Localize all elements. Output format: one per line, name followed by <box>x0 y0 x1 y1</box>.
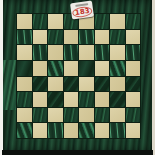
square-b7 <box>33 30 48 45</box>
square-a4 <box>17 77 32 92</box>
square-g5 <box>110 61 125 76</box>
square-d4 <box>64 77 79 92</box>
square-h5 <box>126 61 141 76</box>
square-a6 <box>17 45 32 60</box>
square-h3 <box>126 92 141 107</box>
square-c8 <box>48 14 63 29</box>
square-f6 <box>95 45 110 60</box>
square-g1 <box>110 123 125 138</box>
square-f3 <box>95 92 110 107</box>
square-d6 <box>64 45 79 60</box>
square-e7 <box>79 30 94 45</box>
square-c2 <box>48 108 63 123</box>
square-e2 <box>79 108 94 123</box>
square-c7 <box>48 30 63 45</box>
malachite-banding <box>3 60 17 110</box>
square-b4 <box>33 77 48 92</box>
square-d5 <box>64 61 79 76</box>
square-e5 <box>79 61 94 76</box>
chess-board <box>3 0 152 151</box>
square-a5 <box>17 61 32 76</box>
square-a3 <box>17 92 32 107</box>
square-h1 <box>126 123 141 138</box>
square-f2 <box>95 108 110 123</box>
square-b2 <box>33 108 48 123</box>
square-c6 <box>48 45 63 60</box>
square-c5 <box>48 61 63 76</box>
square-e6 <box>79 45 94 60</box>
square-h4 <box>126 77 141 92</box>
square-b5 <box>33 61 48 76</box>
square-g6 <box>110 45 125 60</box>
board-grid <box>17 14 140 138</box>
square-g3 <box>110 92 125 107</box>
square-h2 <box>126 108 141 123</box>
square-e3 <box>79 92 94 107</box>
square-c4 <box>48 77 63 92</box>
square-g4 <box>110 77 125 92</box>
square-d1 <box>64 123 79 138</box>
square-d7 <box>64 30 79 45</box>
lot-sticker: 183 <box>70 1 94 20</box>
square-b8 <box>33 14 48 29</box>
square-h8 <box>126 14 141 29</box>
square-a7 <box>17 30 32 45</box>
square-e4 <box>79 77 94 92</box>
square-a1 <box>17 123 32 138</box>
square-g7 <box>110 30 125 45</box>
square-d3 <box>64 92 79 107</box>
square-f1 <box>95 123 110 138</box>
square-f5 <box>95 61 110 76</box>
square-f4 <box>95 77 110 92</box>
square-g2 <box>110 108 125 123</box>
photo-margin-right <box>152 0 155 155</box>
board-shadow <box>2 150 153 155</box>
lot-number: 183 <box>71 5 93 18</box>
square-f8 <box>95 14 110 29</box>
square-d2 <box>64 108 79 123</box>
square-b1 <box>33 123 48 138</box>
square-b6 <box>33 45 48 60</box>
square-a2 <box>17 108 32 123</box>
square-e1 <box>79 123 94 138</box>
square-c3 <box>48 92 63 107</box>
square-g8 <box>110 14 125 29</box>
square-c1 <box>48 123 63 138</box>
square-b3 <box>33 92 48 107</box>
square-h6 <box>126 45 141 60</box>
square-a8 <box>17 14 32 29</box>
square-h7 <box>126 30 141 45</box>
square-f7 <box>95 30 110 45</box>
